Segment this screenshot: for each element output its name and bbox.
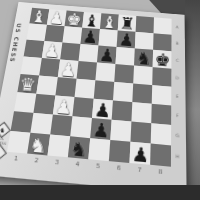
square-d3: ♟ xyxy=(58,59,79,78)
file-label-A: A xyxy=(172,19,181,36)
square-h7: ♟ xyxy=(129,142,150,165)
square-a8 xyxy=(154,17,172,34)
file-label-F: F xyxy=(172,106,183,126)
square-b3 xyxy=(62,26,82,44)
rank-label-3: 3 xyxy=(46,157,68,169)
square-c7: ♞ xyxy=(134,48,153,67)
table-edge-bottom xyxy=(0,185,200,200)
square-f3: ♟ xyxy=(53,95,75,116)
rank-label-4: 4 xyxy=(67,158,89,170)
rank-label-6: 6 xyxy=(108,162,129,174)
square-g7 xyxy=(130,121,151,143)
square-d8 xyxy=(152,67,171,87)
piece-bP-h7: ♟ xyxy=(129,143,151,166)
square-b2 xyxy=(44,25,64,43)
file-label-C: C xyxy=(172,51,182,69)
rank-label-1: 1 xyxy=(5,153,27,165)
file-label-E: E xyxy=(172,87,182,107)
square-h2: ♞ xyxy=(27,133,50,156)
square-h8 xyxy=(150,144,171,167)
square-c8: ♚ xyxy=(153,50,172,69)
file-label-G: G xyxy=(172,125,183,146)
square-a6: ♜ xyxy=(118,15,137,32)
rank-label-2: 2 xyxy=(25,155,47,167)
chess-board: ♝♟♚♝♝♜♟♟♟♟♞♚♟♛♟♟♟♞♞♟ xyxy=(7,8,172,167)
square-d4 xyxy=(77,61,97,80)
square-h6 xyxy=(109,140,131,163)
square-a7 xyxy=(136,16,154,33)
square-d2 xyxy=(39,58,60,77)
square-b4: ♟ xyxy=(80,28,100,46)
square-g5: ♟ xyxy=(90,118,111,140)
square-e2 xyxy=(36,76,57,96)
square-a3: ♚ xyxy=(65,11,84,28)
square-e3 xyxy=(55,77,76,97)
piece-wK-a3: ♚ xyxy=(64,10,83,29)
square-e5 xyxy=(94,80,115,100)
square-g3 xyxy=(50,115,72,137)
square-a2: ♟ xyxy=(47,9,67,26)
square-f5: ♟ xyxy=(92,99,113,120)
square-c2: ♟ xyxy=(42,41,63,59)
square-c6 xyxy=(115,47,134,66)
square-h5 xyxy=(88,138,110,161)
file-letters-right: ABCDEFGH xyxy=(172,19,183,168)
piece-bN-h4: ♞ xyxy=(68,138,90,160)
square-h1 xyxy=(7,131,30,154)
chessboard-photo: US CHESS ♞ US CHESS ♝♟♚♝♝♜♟♟♟♟♞♚♟♛♟♟♟♞♞♟… xyxy=(0,0,200,200)
vinyl-board-mat: US CHESS ♞ US CHESS ♝♟♚♝♝♜♟♟♟♟♞♚♟♛♟♟♟♞♞♟… xyxy=(0,2,187,194)
square-c3 xyxy=(60,43,80,61)
square-h3 xyxy=(47,135,70,158)
square-a4: ♝ xyxy=(82,12,101,29)
piece-wN-h2: ♞ xyxy=(27,134,49,156)
square-h4: ♞ xyxy=(68,136,90,159)
square-e6 xyxy=(113,82,133,102)
square-b8 xyxy=(153,33,171,51)
square-f8 xyxy=(151,104,171,125)
square-d1 xyxy=(21,56,42,75)
square-a5: ♝ xyxy=(100,13,119,30)
square-g2 xyxy=(30,113,53,135)
square-c4 xyxy=(79,44,99,63)
square-f2 xyxy=(33,94,55,115)
piece-wP-f3: ♟ xyxy=(53,96,74,117)
square-g6 xyxy=(110,120,131,142)
rank-label-8: 8 xyxy=(150,166,171,178)
file-label-H: H xyxy=(172,145,183,167)
file-label-D: D xyxy=(172,69,182,88)
square-f7 xyxy=(131,102,151,123)
square-d6 xyxy=(114,64,134,83)
rank-label-5: 5 xyxy=(87,160,108,172)
square-e7 xyxy=(132,83,152,103)
square-b5 xyxy=(98,29,117,47)
rank-label-7: 7 xyxy=(129,164,150,176)
square-g8 xyxy=(151,123,171,145)
board-brand-text: US CHESS xyxy=(9,23,23,63)
square-e8 xyxy=(152,85,172,105)
square-b7 xyxy=(135,32,154,50)
square-e4 xyxy=(75,79,96,99)
square-f4 xyxy=(72,97,93,118)
square-b6: ♟ xyxy=(117,30,136,48)
square-g1 xyxy=(11,111,34,133)
table-edge-right xyxy=(185,0,200,200)
square-f6 xyxy=(112,100,133,121)
file-label-B: B xyxy=(172,35,182,52)
square-d7 xyxy=(133,66,152,85)
board-perspective-wrap: US CHESS ♞ US CHESS ♝♟♚♝♝♜♟♟♟♟♞♚♟♛♟♟♟♞♞♟… xyxy=(0,2,187,194)
square-c5: ♟ xyxy=(97,45,117,64)
square-d5 xyxy=(95,63,115,82)
square-g4 xyxy=(70,116,92,138)
